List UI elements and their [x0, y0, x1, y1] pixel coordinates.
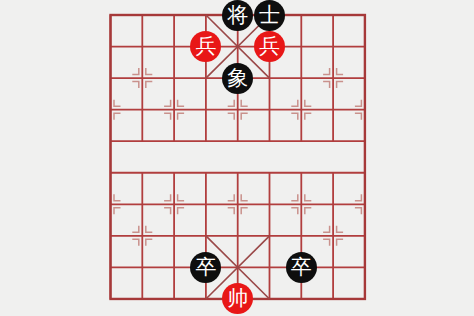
black-piece-disc: 将 — [222, 0, 253, 31]
black-elephant-piece[interactable]: 象 — [222, 62, 254, 94]
xiangqi-board: 将士兵兵象卒卒帅 — [0, 0, 474, 316]
red-piece-disc: 兵 — [190, 31, 221, 62]
pieces-layer: 将士兵兵象卒卒帅 — [95, 0, 381, 315]
red-soldier-piece[interactable]: 兵 — [254, 31, 286, 63]
black-piece-disc: 卒 — [190, 252, 221, 283]
black-advisor-piece[interactable]: 士 — [254, 0, 286, 31]
red-soldier-piece[interactable]: 兵 — [190, 31, 222, 63]
black-piece-disc: 士 — [254, 0, 285, 31]
black-general-piece[interactable]: 将 — [222, 0, 254, 31]
black-piece-disc: 卒 — [286, 252, 317, 283]
red-general-piece[interactable]: 帅 — [222, 283, 254, 315]
red-piece-disc: 帅 — [222, 283, 253, 314]
red-piece-disc: 兵 — [254, 31, 285, 62]
black-soldier-piece[interactable]: 卒 — [285, 252, 317, 284]
black-piece-disc: 象 — [222, 63, 253, 94]
black-soldier-piece[interactable]: 卒 — [190, 252, 222, 284]
